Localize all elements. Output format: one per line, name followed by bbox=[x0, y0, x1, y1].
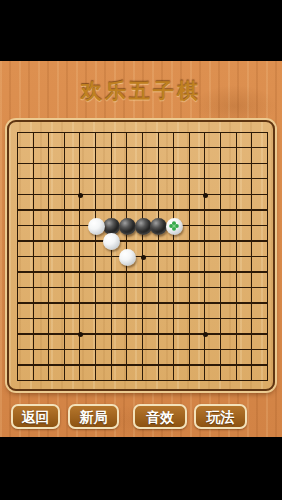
star-point bbox=[78, 193, 83, 198]
top-black-bar bbox=[0, 0, 282, 61]
star-point bbox=[141, 255, 146, 260]
white-stone bbox=[103, 233, 120, 250]
black-stone bbox=[150, 218, 167, 235]
app-screen: 欢乐五子棋 返回 新局 音效 玩法 bbox=[0, 0, 282, 500]
board-frame bbox=[7, 120, 275, 391]
white-stone bbox=[166, 218, 183, 235]
back-button[interactable]: 返回 bbox=[11, 404, 60, 429]
star-point bbox=[78, 332, 83, 337]
black-stone bbox=[103, 218, 120, 235]
star-point bbox=[203, 193, 208, 198]
sound-button[interactable]: 音效 bbox=[133, 404, 187, 429]
page-title: 欢乐五子棋 bbox=[0, 77, 282, 105]
rules-button[interactable]: 玩法 bbox=[194, 404, 247, 429]
star-point bbox=[203, 332, 208, 337]
new-game-button[interactable]: 新局 bbox=[68, 404, 119, 429]
last-move-marker-icon bbox=[169, 221, 179, 231]
bottom-black-bar bbox=[0, 437, 282, 500]
game-board[interactable] bbox=[17, 132, 268, 381]
white-stone bbox=[119, 249, 136, 266]
black-stone bbox=[119, 218, 136, 235]
white-stone bbox=[88, 218, 105, 235]
black-stone bbox=[135, 218, 152, 235]
